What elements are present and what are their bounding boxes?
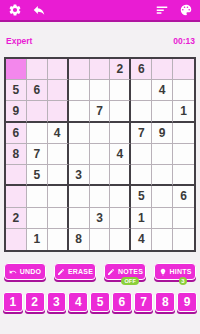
cell-r2c9[interactable] <box>173 80 194 101</box>
cell-r9c7[interactable]: 4 <box>131 229 152 250</box>
cell-r8c4[interactable] <box>69 208 90 229</box>
cell-r7c4[interactable] <box>69 186 90 207</box>
palette-icon[interactable] <box>178 3 193 18</box>
cell-r7c9[interactable]: 6 <box>173 186 194 207</box>
cell-r1c4[interactable] <box>69 59 90 80</box>
cell-r9c9[interactable] <box>173 229 194 250</box>
cell-r1c2[interactable] <box>27 59 48 80</box>
numpad-1[interactable]: 1 <box>3 292 23 312</box>
cell-r1c7[interactable]: 6 <box>131 59 152 80</box>
cell-r7c3[interactable] <box>48 186 69 207</box>
numpad-9[interactable]: 9 <box>177 292 197 312</box>
cell-r6c3[interactable] <box>48 165 69 186</box>
cell-r2c8[interactable]: 4 <box>152 80 173 101</box>
cell-r2c4[interactable] <box>69 80 90 101</box>
numpad-3[interactable]: 3 <box>47 292 67 312</box>
cell-r3c2[interactable] <box>27 101 48 122</box>
status-row: Expert 00:13 <box>6 36 195 46</box>
cell-r4c7[interactable]: 7 <box>131 123 152 144</box>
cell-r9c5[interactable] <box>90 229 111 250</box>
undo-button[interactable]: UNDO <box>4 263 46 280</box>
notes-button[interactable]: NOTES OFF <box>104 263 146 280</box>
cell-r7c6[interactable] <box>110 186 131 207</box>
cell-r4c5[interactable] <box>90 123 111 144</box>
cell-r5c5[interactable] <box>90 144 111 165</box>
cell-r2c1[interactable]: 5 <box>6 80 27 101</box>
notes-pencil-icon <box>107 268 115 276</box>
cell-r4c2[interactable] <box>27 123 48 144</box>
cell-r9c4[interactable]: 8 <box>69 229 90 250</box>
cell-r5c7[interactable] <box>131 144 152 165</box>
cell-r8c5[interactable]: 3 <box>90 208 111 229</box>
cell-r8c6[interactable] <box>110 208 131 229</box>
numpad-4[interactable]: 4 <box>68 292 88 312</box>
cell-r5c9[interactable] <box>173 144 194 165</box>
sudoku-app: Expert 00:13 2656497164798745356231184 U… <box>0 0 200 334</box>
cell-r9c1[interactable] <box>6 229 27 250</box>
cell-r2c3[interactable] <box>48 80 69 101</box>
cell-r3c7[interactable] <box>131 101 152 122</box>
cell-r4c3[interactable]: 4 <box>48 123 69 144</box>
cell-r8c3[interactable] <box>48 208 69 229</box>
cell-r1c9[interactable] <box>173 59 194 80</box>
number-pad: 123456789 <box>3 292 197 312</box>
cell-r6c5[interactable] <box>90 165 111 186</box>
cell-r3c3[interactable] <box>48 101 69 122</box>
cell-r5c3[interactable] <box>48 144 69 165</box>
cell-r5c6[interactable]: 4 <box>110 144 131 165</box>
cell-r9c3[interactable] <box>48 229 69 250</box>
cell-r3c1[interactable]: 9 <box>6 101 27 122</box>
cell-r7c1[interactable] <box>6 186 27 207</box>
cell-r9c8[interactable] <box>152 229 173 250</box>
undo-icon <box>9 268 17 276</box>
hints-button[interactable]: HINTS 3 <box>154 263 196 280</box>
undo-label: UNDO <box>20 268 41 275</box>
cell-r2c2[interactable]: 6 <box>27 80 48 101</box>
numpad-2[interactable]: 2 <box>25 292 45 312</box>
numpad-8[interactable]: 8 <box>155 292 175 312</box>
cell-r4c6[interactable] <box>110 123 131 144</box>
cell-r9c6[interactable] <box>110 229 131 250</box>
erase-button[interactable]: ERASE <box>54 263 96 280</box>
numpad-7[interactable]: 7 <box>134 292 154 312</box>
notes-off-badge: OFF <box>121 277 139 285</box>
cell-r1c3[interactable] <box>48 59 69 80</box>
toolbar: UNDO ERASE NOTES OFF HINTS 3 <box>4 263 196 280</box>
cell-r3c4[interactable] <box>69 101 90 122</box>
lightbulb-icon <box>159 268 167 276</box>
cell-r2c6[interactable] <box>110 80 131 101</box>
cell-r7c7[interactable]: 5 <box>131 186 152 207</box>
cell-r1c1[interactable] <box>6 59 27 80</box>
undo-arrow-icon[interactable] <box>31 3 46 18</box>
cell-r9c2[interactable]: 1 <box>27 229 48 250</box>
settings-gear-icon[interactable] <box>7 3 22 18</box>
app-bar <box>0 0 200 22</box>
cell-r2c7[interactable] <box>131 80 152 101</box>
erase-label: ERASE <box>68 268 93 275</box>
hints-label: HINTS <box>170 268 192 275</box>
cell-r8c1[interactable]: 2 <box>6 208 27 229</box>
cell-r5c1[interactable]: 8 <box>6 144 27 165</box>
numpad-5[interactable]: 5 <box>90 292 110 312</box>
cell-r3c9[interactable]: 1 <box>173 101 194 122</box>
cell-r8c7[interactable]: 1 <box>131 208 152 229</box>
numpad-6[interactable]: 6 <box>112 292 132 312</box>
cell-r8c9[interactable] <box>173 208 194 229</box>
cell-r1c8[interactable] <box>152 59 173 80</box>
cell-r5c2[interactable]: 7 <box>27 144 48 165</box>
cell-r7c8[interactable] <box>152 186 173 207</box>
cell-r3c8[interactable] <box>152 101 173 122</box>
sudoku-board: 2656497164798745356231184 <box>4 57 196 252</box>
cell-r6c1[interactable] <box>6 165 27 186</box>
cell-r3c6[interactable] <box>110 101 131 122</box>
cell-r6c2[interactable]: 5 <box>27 165 48 186</box>
difficulty-label: Expert <box>6 36 32 46</box>
timer: 00:13 <box>173 36 195 46</box>
hints-count-badge: 3 <box>179 277 187 285</box>
cell-r5c4[interactable] <box>69 144 90 165</box>
cell-r1c5[interactable] <box>90 59 111 80</box>
cell-r4c9[interactable] <box>173 123 194 144</box>
notes-label: NOTES <box>118 268 143 275</box>
cell-r1c6[interactable]: 2 <box>110 59 131 80</box>
cell-r7c5[interactable] <box>90 186 111 207</box>
cell-r6c9[interactable] <box>173 165 194 186</box>
app-bar-right <box>154 3 193 18</box>
cell-r4c4[interactable] <box>69 123 90 144</box>
cell-r6c6[interactable] <box>110 165 131 186</box>
cell-r6c4[interactable]: 3 <box>69 165 90 186</box>
cell-r4c1[interactable]: 6 <box>6 123 27 144</box>
cell-r5c8[interactable] <box>152 144 173 165</box>
cell-r8c8[interactable] <box>152 208 173 229</box>
cell-r3c5[interactable]: 7 <box>90 101 111 122</box>
cell-r4c8[interactable]: 9 <box>152 123 173 144</box>
menu-list-icon[interactable] <box>154 3 169 18</box>
cell-r8c2[interactable] <box>27 208 48 229</box>
cell-r2c5[interactable] <box>90 80 111 101</box>
cell-r7c2[interactable] <box>27 186 48 207</box>
cell-r6c7[interactable] <box>131 165 152 186</box>
eraser-icon <box>57 268 65 276</box>
cell-r6c8[interactable] <box>152 165 173 186</box>
